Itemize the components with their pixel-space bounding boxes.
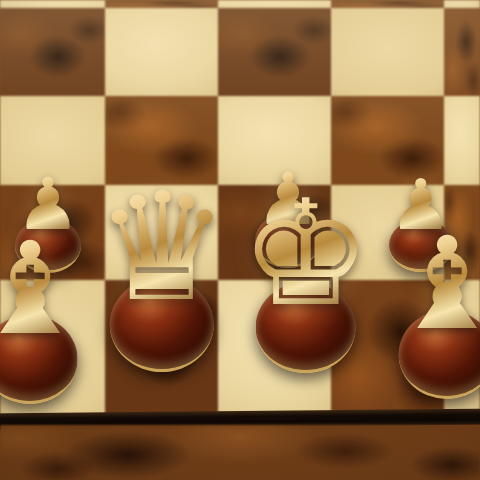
queen-glyph: ♛ bbox=[95, 172, 229, 322]
piece-queen-d8[interactable]: ♛ bbox=[95, 172, 229, 372]
chess-set-photo: ♟♟♟♛♚♝♝ bbox=[0, 0, 480, 480]
piece-bishop-f8[interactable]: ♝ bbox=[390, 220, 480, 399]
king-glyph: ♚ bbox=[241, 180, 372, 326]
pieces-layer: ♟♟♟♛♚♝♝ bbox=[0, 0, 480, 480]
bishop-glyph: ♝ bbox=[390, 220, 480, 348]
bishop-glyph: ♝ bbox=[0, 225, 87, 353]
piece-king-e8[interactable]: ♚ bbox=[241, 180, 372, 373]
piece-bishop-c8[interactable]: ♝ bbox=[0, 225, 87, 404]
